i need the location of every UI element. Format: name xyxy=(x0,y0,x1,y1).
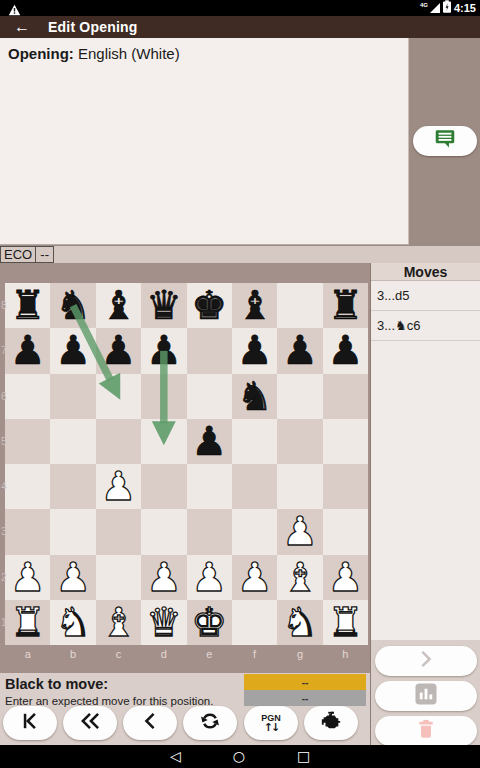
black-king: ♚ xyxy=(191,283,227,328)
square-e4[interactable] xyxy=(187,464,232,509)
black-pawn: ♟ xyxy=(237,328,273,373)
go-to-start-button[interactable] xyxy=(3,706,57,740)
square-a1[interactable]: ♜ xyxy=(5,600,50,645)
square-e1[interactable]: ♚ xyxy=(187,600,232,645)
forward-button[interactable] xyxy=(375,646,477,676)
black-pawn: ♟ xyxy=(10,328,46,373)
rank-label-3: 3 xyxy=(1,509,11,554)
fast-back-button[interactable] xyxy=(63,706,117,740)
square-c7[interactable]: ♟ xyxy=(96,328,141,373)
moves-panel-title: Moves xyxy=(371,263,480,281)
white-king: ♚ xyxy=(191,600,227,645)
refresh-icon xyxy=(199,710,221,736)
black-pawn: ♟ xyxy=(146,328,182,373)
double-chevron-left-icon xyxy=(78,712,102,734)
black-pawn: ♟ xyxy=(191,419,227,464)
opening-description-area[interactable]: Opening: English (White) xyxy=(0,38,409,245)
rank-label-4: 4 xyxy=(1,464,11,509)
rank-label-5: 5 xyxy=(1,419,11,464)
white-bishop: ♝ xyxy=(101,600,137,645)
white-queen: ♛ xyxy=(146,600,182,645)
engine-icon xyxy=(320,710,342,736)
rank-label-1: 1 xyxy=(1,600,11,645)
file-label-e: e xyxy=(187,645,232,663)
status-bar: 4G 4:15 xyxy=(0,0,480,16)
eco-label: ECO xyxy=(0,246,35,263)
app-bar: ← Edit Opening xyxy=(0,16,480,38)
black-pawn: ♟ xyxy=(282,328,318,373)
black-queen: ♛ xyxy=(146,283,182,328)
flip-refresh-button[interactable] xyxy=(183,706,237,740)
white-pawn: ♟ xyxy=(146,555,182,600)
square-g5[interactable] xyxy=(277,419,322,464)
square-g8[interactable] xyxy=(277,283,322,328)
square-h6[interactable] xyxy=(323,374,368,419)
square-d3[interactable] xyxy=(141,509,186,554)
android-nav-bar: ◁ ○ □ xyxy=(0,745,480,768)
square-f8[interactable]: ♝ xyxy=(232,283,277,328)
square-d5[interactable] xyxy=(141,419,186,464)
move-entry-section: Black to move: Enter an expected move fo… xyxy=(0,673,370,745)
square-f6[interactable]: ♞ xyxy=(232,374,277,419)
square-f1[interactable] xyxy=(232,600,277,645)
back-arrow-icon[interactable]: ← xyxy=(14,18,30,36)
square-a5[interactable] xyxy=(5,419,50,464)
nav-home-icon[interactable]: ○ xyxy=(233,745,245,768)
square-b3[interactable] xyxy=(50,509,95,554)
square-h7[interactable]: ♟ xyxy=(323,328,368,373)
comment-button[interactable] xyxy=(413,126,477,156)
rank-labels: 87654321 xyxy=(0,283,10,645)
file-label-b: b xyxy=(50,645,95,663)
navigation-toolbar: PGN ↑↓ xyxy=(0,706,370,745)
square-c4[interactable]: ♟ xyxy=(96,464,141,509)
white-pawn: ♟ xyxy=(282,509,318,554)
square-h3[interactable] xyxy=(323,509,368,554)
file-label-c: c xyxy=(96,645,141,663)
white-rook: ♜ xyxy=(327,600,363,645)
square-a3[interactable] xyxy=(5,509,50,554)
white-pawn: ♟ xyxy=(237,555,273,600)
square-f3[interactable] xyxy=(232,509,277,554)
trash-icon xyxy=(416,719,436,743)
rank-label-7: 7 xyxy=(1,328,11,373)
square-g3[interactable]: ♟ xyxy=(277,509,322,554)
black-rook: ♜ xyxy=(327,283,363,328)
rank-label-8: 8 xyxy=(1,283,11,328)
square-g4[interactable] xyxy=(277,464,322,509)
square-b5[interactable] xyxy=(50,419,95,464)
square-e5[interactable]: ♟ xyxy=(187,419,232,464)
white-pawn: ♟ xyxy=(191,555,227,600)
signal-icon xyxy=(430,3,440,13)
square-c1[interactable]: ♝ xyxy=(96,600,141,645)
file-labels: abcdefgh xyxy=(5,645,368,663)
square-d2[interactable]: ♟ xyxy=(141,555,186,600)
file-label-h: h xyxy=(323,645,368,663)
square-b7[interactable]: ♟ xyxy=(50,328,95,373)
chess-board: ♜♞♝♛♚♝♜♟♟♟♟♟♟♟♞♟♟♟♟♟♟♟♟♝♟♜♞♝♛♚♞♜ 8765432… xyxy=(0,263,370,673)
file-label-f: f xyxy=(232,645,277,663)
square-e7[interactable] xyxy=(187,328,232,373)
square-b6[interactable] xyxy=(50,374,95,419)
battery-icon xyxy=(443,0,451,17)
square-b8[interactable]: ♞ xyxy=(50,283,95,328)
square-a2[interactable]: ♟ xyxy=(5,555,50,600)
pgn-button[interactable]: PGN ↑↓ xyxy=(244,706,298,740)
eval-bar-primary[interactable]: -- xyxy=(244,674,366,690)
white-pawn: ♟ xyxy=(327,555,363,600)
square-d4[interactable] xyxy=(141,464,186,509)
opening-label: Opening: xyxy=(8,45,74,62)
white-knight: ♞ xyxy=(55,600,91,645)
square-c6[interactable] xyxy=(96,374,141,419)
chevron-right-icon xyxy=(416,650,436,672)
eco-row: ECO -- xyxy=(0,245,480,263)
square-c2[interactable] xyxy=(96,555,141,600)
square-e3[interactable] xyxy=(187,509,232,554)
white-knight: ♞ xyxy=(282,600,318,645)
white-rook: ♜ xyxy=(10,600,46,645)
page-title: Edit Opening xyxy=(48,19,138,35)
pgn-icon: PGN ↑↓ xyxy=(261,714,281,732)
square-d7[interactable]: ♟ xyxy=(141,328,186,373)
chevron-left-icon xyxy=(140,712,160,734)
square-b1[interactable]: ♞ xyxy=(50,600,95,645)
back-button[interactable] xyxy=(123,706,177,740)
square-d6[interactable] xyxy=(141,374,186,419)
rank-label-2: 2 xyxy=(1,555,11,600)
nav-recents-icon[interactable]: □ xyxy=(297,745,310,768)
black-pawn: ♟ xyxy=(327,328,363,373)
square-a4[interactable] xyxy=(5,464,50,509)
square-d1[interactable]: ♛ xyxy=(141,600,186,645)
square-g1[interactable]: ♞ xyxy=(277,600,322,645)
square-h2[interactable]: ♟ xyxy=(323,555,368,600)
eval-bar-secondary[interactable]: -- xyxy=(244,690,366,706)
opening-name: English (White) xyxy=(78,45,180,62)
rank-label-6: 6 xyxy=(1,374,11,419)
white-bishop: ♝ xyxy=(282,555,318,600)
square-c3[interactable] xyxy=(96,509,141,554)
square-f7[interactable]: ♟ xyxy=(232,328,277,373)
square-h1[interactable]: ♜ xyxy=(323,600,368,645)
statistics-button[interactable] xyxy=(375,681,477,711)
black-bishop: ♝ xyxy=(101,283,137,328)
square-f5[interactable] xyxy=(232,419,277,464)
moves-panel: Moves 3...d5 3...♞c6 xyxy=(370,263,480,640)
clock: 4:15 xyxy=(454,2,476,14)
right-button-panel xyxy=(370,640,480,745)
black-pawn: ♟ xyxy=(55,328,91,373)
network-type-label: 4G xyxy=(420,2,428,8)
comment-icon xyxy=(434,128,456,154)
nav-back-icon[interactable]: ◁ xyxy=(170,745,181,768)
black-knight: ♞ xyxy=(237,374,273,419)
black-pawn: ♟ xyxy=(101,328,137,373)
square-e6[interactable] xyxy=(187,374,232,419)
move-list-item[interactable]: 3...♞c6 xyxy=(371,311,480,341)
side-to-move-label: Black to move: xyxy=(5,676,108,692)
black-rook: ♜ xyxy=(10,283,46,328)
file-label-g: g xyxy=(277,645,322,663)
file-label-d: d xyxy=(141,645,186,663)
move-list-item[interactable]: 3...d5 xyxy=(371,281,480,311)
square-b4[interactable] xyxy=(50,464,95,509)
square-f2[interactable]: ♟ xyxy=(232,555,277,600)
square-e2[interactable]: ♟ xyxy=(187,555,232,600)
file-label-a: a xyxy=(5,645,50,663)
white-pawn: ♟ xyxy=(101,464,137,509)
eco-value: -- xyxy=(35,246,54,263)
square-c8[interactable]: ♝ xyxy=(96,283,141,328)
black-bishop: ♝ xyxy=(237,283,273,328)
square-e8[interactable]: ♚ xyxy=(187,283,232,328)
skip-to-start-icon xyxy=(19,712,41,734)
square-g7[interactable]: ♟ xyxy=(277,328,322,373)
square-d8[interactable]: ♛ xyxy=(141,283,186,328)
delete-button[interactable] xyxy=(375,716,477,746)
square-h5[interactable] xyxy=(323,419,368,464)
engine-button[interactable] xyxy=(304,706,358,740)
square-b2[interactable]: ♟ xyxy=(50,555,95,600)
square-a6[interactable] xyxy=(5,374,50,419)
board-squares: ♜♞♝♛♚♝♜♟♟♟♟♟♟♟♞♟♟♟♟♟♟♟♟♝♟♜♞♝♛♚♞♜ xyxy=(5,283,368,645)
square-c5[interactable] xyxy=(96,419,141,464)
square-a7[interactable]: ♟ xyxy=(5,328,50,373)
black-knight: ♞ xyxy=(55,283,91,328)
bar-chart-icon xyxy=(415,683,437,709)
square-h4[interactable] xyxy=(323,464,368,509)
white-pawn: ♟ xyxy=(55,555,91,600)
square-a8[interactable]: ♜ xyxy=(5,283,50,328)
white-pawn: ♟ xyxy=(10,555,46,600)
square-g2[interactable]: ♝ xyxy=(277,555,322,600)
square-f4[interactable] xyxy=(232,464,277,509)
square-h8[interactable]: ♜ xyxy=(323,283,368,328)
square-g6[interactable] xyxy=(277,374,322,419)
